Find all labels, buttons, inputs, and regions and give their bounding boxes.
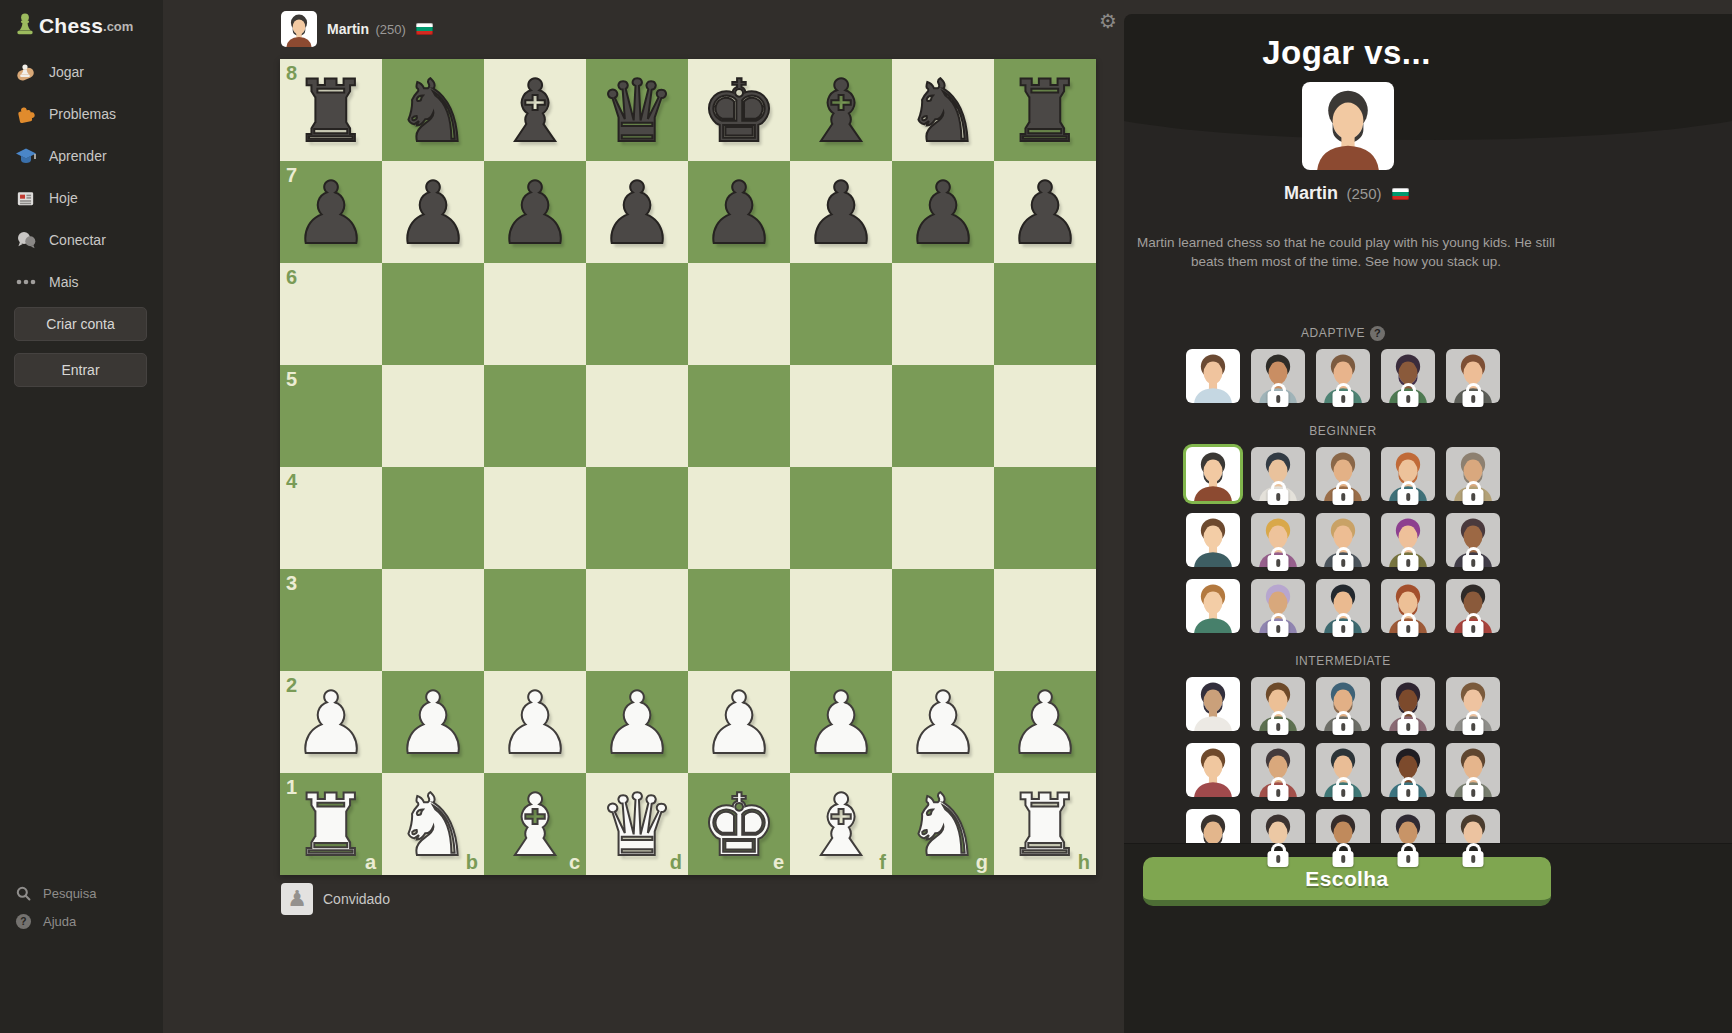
bot-avatar-locked[interactable] xyxy=(1446,677,1500,731)
white-pawn[interactable]: ♟ xyxy=(688,671,790,773)
bot-avatar[interactable] xyxy=(1186,513,1240,567)
bot-avatar-locked[interactable] xyxy=(1381,677,1435,731)
square-a5[interactable]: 5 xyxy=(280,365,382,467)
square-c6[interactable] xyxy=(484,263,586,365)
square-g5[interactable] xyxy=(892,365,994,467)
square-d3[interactable] xyxy=(586,569,688,671)
lock-icon xyxy=(1268,785,1289,801)
square-f3[interactable] xyxy=(790,569,892,671)
square-b2[interactable]: ♟ xyxy=(382,671,484,773)
lock-icon xyxy=(1333,851,1354,867)
chat-bubbles-icon xyxy=(13,228,38,253)
bot-section-beginner: BEGINNER xyxy=(1186,424,1500,633)
bot-avatar-locked[interactable] xyxy=(1381,447,1435,501)
bot-avatar-locked[interactable] xyxy=(1446,447,1500,501)
square-d7[interactable]: ♟ xyxy=(586,161,688,263)
section-label: ADAPTIVE? xyxy=(1186,326,1500,340)
square-b3[interactable] xyxy=(382,569,484,671)
create-account-button[interactable]: Criar conta xyxy=(14,307,147,341)
bot-section-intermediate: INTERMEDIATE xyxy=(1186,654,1500,863)
black-pawn[interactable]: ♟ xyxy=(790,161,892,263)
bot-name: Martin xyxy=(1284,183,1338,203)
square-d8[interactable]: ♛ xyxy=(586,59,688,161)
black-pawn[interactable]: ♟ xyxy=(688,161,790,263)
bot-avatar-row xyxy=(1186,677,1500,731)
square-h4[interactable] xyxy=(994,467,1096,569)
bot-avatar[interactable] xyxy=(1186,743,1240,797)
lock-icon xyxy=(1333,719,1354,735)
opponent-rating: (250) xyxy=(375,22,405,37)
section-label: BEGINNER xyxy=(1186,424,1500,438)
black-rook[interactable]: ♜ xyxy=(280,59,382,161)
white-pawn[interactable]: ♟ xyxy=(994,671,1096,773)
sidebar-item-jogar[interactable]: Jogar xyxy=(0,51,163,93)
square-h6[interactable] xyxy=(994,263,1096,365)
square-a6[interactable]: 6 xyxy=(280,263,382,365)
bot-avatar-locked[interactable] xyxy=(1251,579,1305,633)
guest-avatar[interactable]: ♟ xyxy=(281,883,313,915)
sidebar-nav: Jogar Problemas Aprender xyxy=(0,51,163,303)
white-pawn[interactable]: ♟ xyxy=(484,671,586,773)
rank-label: 3 xyxy=(286,572,297,595)
bot-avatar-locked[interactable] xyxy=(1446,743,1500,797)
black-pawn[interactable]: ♟ xyxy=(892,161,994,263)
bot-avatar-locked[interactable] xyxy=(1316,447,1370,501)
bot-section-adaptive: ADAPTIVE? xyxy=(1186,326,1500,403)
panel-footer: Escolha xyxy=(1124,843,1732,1033)
lock-icon xyxy=(1268,555,1289,571)
guest-pawn-icon: ♟ xyxy=(281,883,313,915)
black-pawn[interactable]: ♟ xyxy=(586,161,688,263)
square-b8[interactable]: ♞ xyxy=(382,59,484,161)
section-label: INTERMEDIATE xyxy=(1186,654,1500,668)
square-d4[interactable] xyxy=(586,467,688,569)
bot-avatar[interactable] xyxy=(1186,579,1240,633)
play-pawn-icon xyxy=(13,60,38,85)
square-f4[interactable] xyxy=(790,467,892,569)
bot-avatar-selected[interactable] xyxy=(1186,447,1240,501)
chesscom-logo[interactable]: Chess .com xyxy=(11,9,133,39)
square-d1[interactable]: d♛ xyxy=(586,773,688,875)
login-button[interactable]: Entrar xyxy=(14,353,147,387)
sidebar-item-label: Aprender xyxy=(49,148,107,164)
square-h5[interactable] xyxy=(994,365,1096,467)
square-a8[interactable]: 8♜ xyxy=(280,59,382,161)
sidebar-item-label: Jogar xyxy=(49,64,84,80)
square-f5[interactable] xyxy=(790,365,892,467)
square-b5[interactable] xyxy=(382,365,484,467)
white-knight[interactable]: ♞ xyxy=(892,773,994,875)
sidebar-item-label: Mais xyxy=(49,274,79,290)
bot-avatar-locked[interactable] xyxy=(1316,677,1370,731)
lock-icon xyxy=(1463,555,1484,571)
svg-text:?: ? xyxy=(20,916,26,927)
bot-avatar-locked[interactable] xyxy=(1251,513,1305,567)
lock-icon xyxy=(1333,555,1354,571)
sidebar-item-mais[interactable]: Mais xyxy=(0,261,163,303)
square-b7[interactable]: ♟ xyxy=(382,161,484,263)
square-h8[interactable]: ♜ xyxy=(994,59,1096,161)
sidebar-item-label: Conectar xyxy=(49,232,106,248)
lock-icon xyxy=(1463,489,1484,505)
search-label: Pesquisa xyxy=(43,886,96,901)
square-c1[interactable]: c♝ xyxy=(484,773,586,875)
square-f2[interactable]: ♟ xyxy=(790,671,892,773)
bot-avatar-locked[interactable] xyxy=(1381,349,1435,403)
lock-icon xyxy=(1268,489,1289,505)
bot-avatar-row xyxy=(1186,743,1500,797)
panel-header-curve xyxy=(1124,98,1732,140)
newspaper-icon xyxy=(13,186,38,211)
logo-tld-text: .com xyxy=(103,15,133,39)
white-pawn[interactable]: ♟ xyxy=(892,671,994,773)
help-icon: ? xyxy=(14,912,33,931)
square-g7[interactable]: ♟ xyxy=(892,161,994,263)
lock-icon xyxy=(1398,621,1419,637)
bot-avatar[interactable] xyxy=(1186,677,1240,731)
white-queen[interactable]: ♛ xyxy=(586,773,688,875)
black-knight[interactable]: ♞ xyxy=(382,59,484,161)
sidebar-item-hoje[interactable]: Hoje xyxy=(0,177,163,219)
square-a7[interactable]: 7♟ xyxy=(280,161,382,263)
bot-avatar-locked[interactable] xyxy=(1446,513,1500,567)
white-rook[interactable]: ♜ xyxy=(280,773,382,875)
square-g8[interactable]: ♞ xyxy=(892,59,994,161)
opponent-avatar[interactable] xyxy=(281,11,317,47)
puzzle-icon xyxy=(13,102,38,127)
rank-label: 4 xyxy=(286,470,297,493)
play-vs-panel: Jogar vs... Martin (250) Martin learned … xyxy=(1124,14,1732,1033)
square-c3[interactable] xyxy=(484,569,586,671)
bot-name-row: Martin (250) xyxy=(1124,183,1569,204)
white-bishop[interactable]: ♝ xyxy=(790,773,892,875)
bulgaria-flag-icon xyxy=(416,23,433,35)
guest-name: Convidado xyxy=(323,891,390,907)
lock-icon xyxy=(1333,621,1354,637)
bot-avatar[interactable] xyxy=(1186,349,1240,403)
bot-avatar-locked[interactable] xyxy=(1251,743,1305,797)
bot-avatar-locked[interactable] xyxy=(1446,579,1500,633)
pawn-logo-icon xyxy=(11,9,39,39)
white-king[interactable]: ♚ xyxy=(688,773,790,875)
lock-icon xyxy=(1398,851,1419,867)
bot-avatar-locked[interactable] xyxy=(1381,513,1435,567)
lock-icon xyxy=(1398,785,1419,801)
square-a4[interactable]: 4 xyxy=(280,467,382,569)
square-d5[interactable] xyxy=(586,365,688,467)
bot-sections: ADAPTIVE? BEGINNER xyxy=(1186,326,1500,884)
square-c5[interactable] xyxy=(484,365,586,467)
square-g1[interactable]: g♞ xyxy=(892,773,994,875)
black-pawn[interactable]: ♟ xyxy=(382,161,484,263)
bot-avatar-row xyxy=(1186,447,1500,501)
top-player-bar: Martin (250) xyxy=(281,11,433,47)
lock-icon xyxy=(1333,391,1354,407)
sidebar-item-problemas[interactable]: Problemas xyxy=(0,93,163,135)
bot-avatar-locked[interactable] xyxy=(1316,349,1370,403)
bot-avatar-locked[interactable] xyxy=(1251,447,1305,501)
square-b1[interactable]: b♞ xyxy=(382,773,484,875)
lock-icon xyxy=(1268,621,1289,637)
square-a3[interactable]: 3 xyxy=(280,569,382,671)
lock-icon xyxy=(1398,391,1419,407)
lock-icon xyxy=(1333,785,1354,801)
bot-avatar-locked[interactable] xyxy=(1316,743,1370,797)
square-h3[interactable] xyxy=(994,569,1096,671)
bottom-player-bar: ♟ Convidado xyxy=(281,883,390,915)
lock-icon xyxy=(1463,621,1484,637)
search-button[interactable]: Pesquisa xyxy=(0,882,163,904)
black-queen[interactable]: ♛ xyxy=(586,59,688,161)
square-h7[interactable]: ♟ xyxy=(994,161,1096,263)
square-g3[interactable] xyxy=(892,569,994,671)
white-pawn[interactable]: ♟ xyxy=(280,671,382,773)
search-icon xyxy=(14,884,33,903)
square-a2[interactable]: 2♟ xyxy=(280,671,382,773)
more-dots-icon xyxy=(13,270,38,295)
square-f7[interactable]: ♟ xyxy=(790,161,892,263)
logo-brand-text: Chess xyxy=(39,13,103,39)
square-f1[interactable]: f♝ xyxy=(790,773,892,875)
white-pawn[interactable]: ♟ xyxy=(382,671,484,773)
lock-icon xyxy=(1398,719,1419,735)
bot-avatar-locked[interactable] xyxy=(1381,579,1435,633)
lock-icon xyxy=(1463,851,1484,867)
lock-icon xyxy=(1398,489,1419,505)
black-bishop[interactable]: ♝ xyxy=(790,59,892,161)
help-label: Ajuda xyxy=(43,914,76,929)
square-c7[interactable]: ♟ xyxy=(484,161,586,263)
bot-avatar-row xyxy=(1186,579,1500,633)
square-e2[interactable]: ♟ xyxy=(688,671,790,773)
square-g4[interactable] xyxy=(892,467,994,569)
lock-icon xyxy=(1268,851,1289,867)
sidebar-item-aprender[interactable]: Aprender xyxy=(0,135,163,177)
square-d2[interactable]: ♟ xyxy=(586,671,688,773)
white-pawn[interactable]: ♟ xyxy=(586,671,688,773)
black-knight[interactable]: ♞ xyxy=(892,59,994,161)
bot-avatar-locked[interactable] xyxy=(1251,349,1305,403)
white-rook[interactable]: ♜ xyxy=(994,773,1096,875)
square-h2[interactable]: ♟ xyxy=(994,671,1096,773)
graduation-cap-icon xyxy=(13,144,38,169)
square-e5[interactable] xyxy=(688,365,790,467)
black-pawn[interactable]: ♟ xyxy=(484,161,586,263)
bot-avatar-locked[interactable] xyxy=(1381,743,1435,797)
help-button[interactable]: ? Ajuda xyxy=(0,910,163,932)
black-king[interactable]: ♚ xyxy=(688,59,790,161)
square-e6[interactable] xyxy=(688,263,790,365)
lock-icon xyxy=(1268,719,1289,735)
sidebar-item-label: Problemas xyxy=(49,106,116,122)
square-e8[interactable]: ♚ xyxy=(688,59,790,161)
bot-hero-avatar[interactable] xyxy=(1302,82,1394,170)
square-h1[interactable]: h♜ xyxy=(994,773,1096,875)
white-bishop[interactable]: ♝ xyxy=(484,773,586,875)
lock-icon xyxy=(1398,555,1419,571)
bot-avatar-row xyxy=(1186,513,1500,567)
square-c8[interactable]: ♝ xyxy=(484,59,586,161)
bot-avatar-locked[interactable] xyxy=(1251,677,1305,731)
panel-title: Jogar vs... xyxy=(1124,34,1569,72)
adaptive-help-icon[interactable]: ? xyxy=(1370,326,1385,341)
lock-icon xyxy=(1333,489,1354,505)
black-bishop[interactable]: ♝ xyxy=(484,59,586,161)
square-b4[interactable] xyxy=(382,467,484,569)
lock-icon xyxy=(1463,391,1484,407)
opponent-name: Martin xyxy=(327,21,369,37)
square-c4[interactable] xyxy=(484,467,586,569)
rank-label: 5 xyxy=(286,368,297,391)
sidebar-item-label: Hoje xyxy=(49,190,78,206)
square-g2[interactable]: ♟ xyxy=(892,671,994,773)
bot-avatar-row xyxy=(1186,349,1500,403)
lock-icon xyxy=(1463,785,1484,801)
sidebar: Chess .com Jogar Problemas xyxy=(0,0,163,1033)
sidebar-item-conectar[interactable]: Conectar xyxy=(0,219,163,261)
bot-avatar-locked[interactable] xyxy=(1316,579,1370,633)
square-d6[interactable] xyxy=(586,263,688,365)
bulgaria-flag-icon xyxy=(1392,188,1409,200)
chess-board: 8♜♞♝♛♚♝♞♜7♟♟♟♟♟♟♟♟65432♟♟♟♟♟♟♟♟1a♜b♞c♝d♛… xyxy=(280,59,1096,875)
square-f8[interactable]: ♝ xyxy=(790,59,892,161)
bot-rating: (250) xyxy=(1346,185,1381,202)
rank-label: 6 xyxy=(286,266,297,289)
square-f6[interactable] xyxy=(790,263,892,365)
bot-avatar-locked[interactable] xyxy=(1446,349,1500,403)
square-e7[interactable]: ♟ xyxy=(688,161,790,263)
lock-icon xyxy=(1463,719,1484,735)
square-e3[interactable] xyxy=(688,569,790,671)
square-a1[interactable]: 1a♜ xyxy=(280,773,382,875)
square-b6[interactable] xyxy=(382,263,484,365)
square-e1[interactable]: e♚ xyxy=(688,773,790,875)
bot-avatar-locked[interactable] xyxy=(1316,513,1370,567)
white-knight[interactable]: ♞ xyxy=(382,773,484,875)
bot-description: Martin learned chess so that he could pl… xyxy=(1136,233,1556,271)
settings-gear-icon[interactable]: ⚙ xyxy=(1097,10,1119,32)
black-pawn[interactable]: ♟ xyxy=(994,161,1096,263)
square-c2[interactable]: ♟ xyxy=(484,671,586,773)
white-pawn[interactable]: ♟ xyxy=(790,671,892,773)
lock-icon xyxy=(1268,391,1289,407)
black-rook[interactable]: ♜ xyxy=(994,59,1096,161)
black-pawn[interactable]: ♟ xyxy=(280,161,382,263)
square-e4[interactable] xyxy=(688,467,790,569)
chesscom-app: Chess .com Jogar Problemas xyxy=(0,0,1732,1033)
square-g6[interactable] xyxy=(892,263,994,365)
